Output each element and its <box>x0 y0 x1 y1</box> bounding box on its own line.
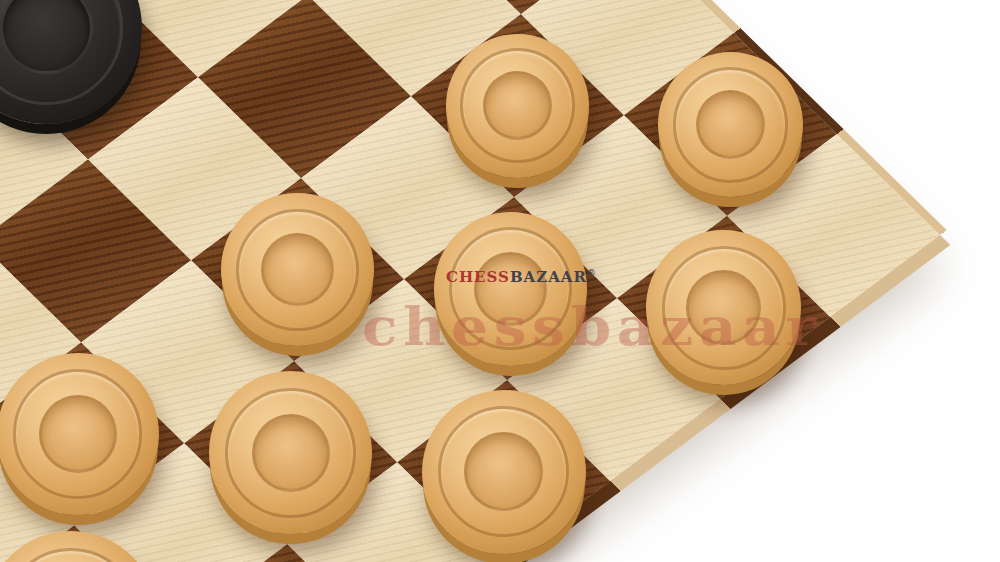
checker-piece-white[interactable] <box>422 390 586 554</box>
piece-groove-ring <box>2 548 140 562</box>
product-photo: chessbazaar CHESSBAZAAR® <box>0 0 1000 562</box>
checker-piece-white[interactable] <box>209 371 372 534</box>
checker-piece-white[interactable] <box>0 353 159 515</box>
checker-piece-white[interactable] <box>446 34 590 178</box>
checker-piece-white[interactable] <box>221 193 374 346</box>
piece-center-dish <box>474 252 548 326</box>
checker-piece-white[interactable] <box>646 230 801 385</box>
piece-center-dish <box>686 270 760 344</box>
piece-center-dish <box>696 90 766 160</box>
piece-center-dish <box>483 71 552 140</box>
checker-piece-black[interactable] <box>0 0 142 124</box>
piece-center-dish <box>464 432 543 511</box>
pieces-layer <box>0 0 1000 562</box>
piece-center-dish <box>39 395 117 473</box>
checker-piece-white[interactable] <box>0 531 157 562</box>
checker-piece-white[interactable] <box>658 52 803 197</box>
piece-center-dish <box>252 414 330 492</box>
checker-piece-white[interactable] <box>434 212 588 366</box>
